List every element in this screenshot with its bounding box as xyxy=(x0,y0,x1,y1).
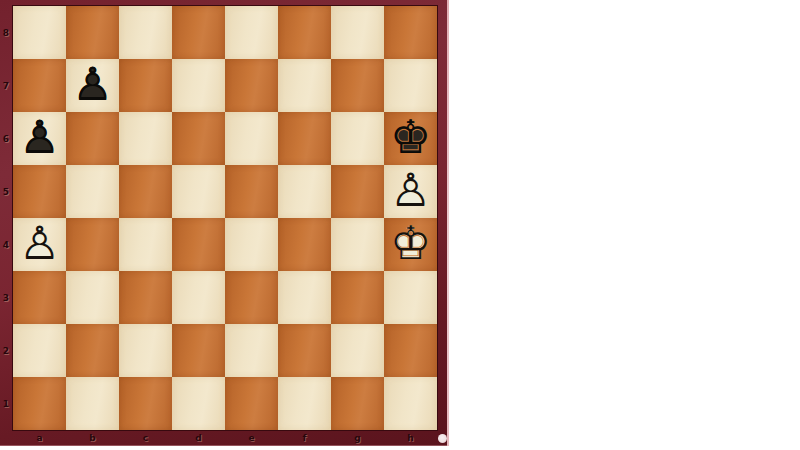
file-label-c: c xyxy=(119,430,172,445)
rank-label-7: 7 xyxy=(0,59,12,112)
board-square-g7[interactable] xyxy=(331,59,384,112)
board-square-e7[interactable] xyxy=(225,59,278,112)
pawn-glyph-outline: ♙ xyxy=(19,217,60,270)
board-square-d8[interactable] xyxy=(172,6,225,59)
board-square-e3[interactable] xyxy=(225,271,278,324)
page: ♟♙♟♙♚♔♟♙♟♙♚♔ 87654321 abcdefgh xyxy=(0,0,800,450)
board-square-c5[interactable] xyxy=(119,165,172,218)
board-square-e1[interactable] xyxy=(225,377,278,430)
file-label-b: b xyxy=(66,430,119,445)
chess-piece-white-pawn[interactable]: ♟♙ xyxy=(384,165,437,218)
corner-dot[interactable] xyxy=(438,434,447,443)
board-square-e5[interactable] xyxy=(225,165,278,218)
board-square-e6[interactable] xyxy=(225,112,278,165)
board-square-g3[interactable] xyxy=(331,271,384,324)
board-square-d7[interactable] xyxy=(172,59,225,112)
board-square-b4[interactable] xyxy=(66,218,119,271)
rank-label-4: 4 xyxy=(0,218,12,271)
board-square-c6[interactable] xyxy=(119,112,172,165)
board-square-e4[interactable] xyxy=(225,218,278,271)
board-square-f3[interactable] xyxy=(278,271,331,324)
board-square-a3[interactable] xyxy=(13,271,66,324)
board-square-g1[interactable] xyxy=(331,377,384,430)
board-square-h2[interactable] xyxy=(384,324,437,377)
board-square-h7[interactable] xyxy=(384,59,437,112)
board-square-d3[interactable] xyxy=(172,271,225,324)
board-square-h5[interactable]: ♟♙ xyxy=(384,165,437,218)
board-square-g8[interactable] xyxy=(331,6,384,59)
board-square-a8[interactable] xyxy=(13,6,66,59)
chess-piece-black-pawn[interactable]: ♟♙ xyxy=(66,59,119,112)
pawn-glyph-outline: ♙ xyxy=(72,58,113,111)
file-label-a: a xyxy=(13,430,66,445)
board-square-c8[interactable] xyxy=(119,6,172,59)
rank-label-2: 2 xyxy=(0,324,12,377)
board-square-g4[interactable] xyxy=(331,218,384,271)
board-square-h3[interactable] xyxy=(384,271,437,324)
board-square-f2[interactable] xyxy=(278,324,331,377)
board-square-b3[interactable] xyxy=(66,271,119,324)
board-square-b2[interactable] xyxy=(66,324,119,377)
rank-label-1: 1 xyxy=(0,377,12,430)
file-labels: abcdefgh xyxy=(13,430,437,445)
rank-label-3: 3 xyxy=(0,271,12,324)
board-square-f7[interactable] xyxy=(278,59,331,112)
board-square-f6[interactable] xyxy=(278,112,331,165)
board-square-f5[interactable] xyxy=(278,165,331,218)
chess-piece-white-pawn[interactable]: ♟♙ xyxy=(13,218,66,271)
board-square-e8[interactable] xyxy=(225,6,278,59)
rank-label-6: 6 xyxy=(0,112,12,165)
board-square-b1[interactable] xyxy=(66,377,119,430)
board-square-h4[interactable]: ♚♔ xyxy=(384,218,437,271)
rank-label-8: 8 xyxy=(0,6,12,59)
board-square-b6[interactable] xyxy=(66,112,119,165)
board-square-c2[interactable] xyxy=(119,324,172,377)
board-square-a1[interactable] xyxy=(13,377,66,430)
file-label-h: h xyxy=(384,430,437,445)
board-square-f4[interactable] xyxy=(278,218,331,271)
board-square-e2[interactable] xyxy=(225,324,278,377)
file-label-e: e xyxy=(225,430,278,445)
king-glyph-outline: ♔ xyxy=(390,217,431,270)
king-glyph-outline: ♔ xyxy=(390,111,431,164)
board-square-c7[interactable] xyxy=(119,59,172,112)
file-label-d: d xyxy=(172,430,225,445)
board-square-g2[interactable] xyxy=(331,324,384,377)
board-square-c4[interactable] xyxy=(119,218,172,271)
board-square-a7[interactable] xyxy=(13,59,66,112)
board-square-c3[interactable] xyxy=(119,271,172,324)
board-square-d4[interactable] xyxy=(172,218,225,271)
board-square-d2[interactable] xyxy=(172,324,225,377)
board-square-b7[interactable]: ♟♙ xyxy=(66,59,119,112)
board-square-h6[interactable]: ♚♔ xyxy=(384,112,437,165)
board-square-f1[interactable] xyxy=(278,377,331,430)
board-square-a4[interactable]: ♟♙ xyxy=(13,218,66,271)
board-square-h1[interactable] xyxy=(384,377,437,430)
pawn-glyph-outline: ♙ xyxy=(19,111,60,164)
pawn-glyph-outline: ♙ xyxy=(390,164,431,217)
chess-board-frame: ♟♙♟♙♚♔♟♙♟♙♚♔ 87654321 abcdefgh xyxy=(0,0,449,446)
board-square-a6[interactable]: ♟♙ xyxy=(13,112,66,165)
board-square-b8[interactable] xyxy=(66,6,119,59)
board-square-h8[interactable] xyxy=(384,6,437,59)
board-square-c1[interactable] xyxy=(119,377,172,430)
board-square-f8[interactable] xyxy=(278,6,331,59)
board-square-d1[interactable] xyxy=(172,377,225,430)
board-square-g5[interactable] xyxy=(331,165,384,218)
board-square-g6[interactable] xyxy=(331,112,384,165)
file-label-g: g xyxy=(331,430,384,445)
chess-piece-black-king[interactable]: ♚♔ xyxy=(384,112,437,165)
chess-piece-black-pawn[interactable]: ♟♙ xyxy=(13,112,66,165)
chess-piece-white-king[interactable]: ♚♔ xyxy=(384,218,437,271)
board-square-a2[interactable] xyxy=(13,324,66,377)
board-square-b5[interactable] xyxy=(66,165,119,218)
board-square-d6[interactable] xyxy=(172,112,225,165)
board-square-d5[interactable] xyxy=(172,165,225,218)
file-label-f: f xyxy=(278,430,331,445)
rank-labels: 87654321 xyxy=(0,6,12,430)
rank-label-5: 5 xyxy=(0,165,12,218)
chess-board: ♟♙♟♙♚♔♟♙♟♙♚♔ xyxy=(12,5,438,431)
board-square-a5[interactable] xyxy=(13,165,66,218)
